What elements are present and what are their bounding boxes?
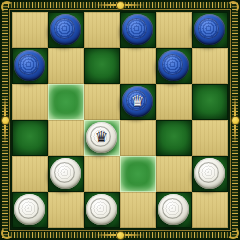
border-medallion-right	[231, 96, 239, 144]
checkers-board: ♛♛	[12, 12, 228, 228]
square-r5c2[interactable]	[84, 192, 120, 228]
square-r0c1[interactable]	[48, 12, 84, 48]
medallion-dot-icon	[117, 2, 124, 9]
square-r1c3	[120, 48, 156, 84]
square-r1c2[interactable]	[84, 48, 120, 84]
piece-engraving	[54, 18, 75, 39]
white-man[interactable]	[50, 158, 81, 189]
medallion-dot-icon	[2, 117, 9, 124]
medallion-dot-icon	[117, 232, 124, 239]
piece-engraving	[18, 198, 39, 219]
border-medallion-top	[96, 1, 144, 9]
blue-man[interactable]	[50, 14, 81, 45]
square-r0c4	[156, 12, 192, 48]
square-r5c0[interactable]	[12, 192, 48, 228]
piece-engraving	[162, 54, 183, 75]
square-r1c5	[192, 48, 228, 84]
square-r0c2	[84, 12, 120, 48]
square-r2c3[interactable]: ♛	[120, 84, 156, 120]
square-r1c0[interactable]	[12, 48, 48, 84]
blue-man[interactable]	[14, 50, 45, 81]
square-r4c0	[12, 156, 48, 192]
square-r3c3	[120, 120, 156, 156]
piece-engraving	[126, 18, 147, 39]
white-king[interactable]: ♛	[86, 122, 117, 153]
square-r3c0[interactable]	[12, 120, 48, 156]
blue-king[interactable]: ♛	[122, 86, 153, 117]
square-r5c3	[120, 192, 156, 228]
square-r0c5[interactable]	[192, 12, 228, 48]
white-man[interactable]	[194, 158, 225, 189]
square-r0c3[interactable]	[120, 12, 156, 48]
square-r4c4	[156, 156, 192, 192]
square-r3c1	[48, 120, 84, 156]
square-r4c5[interactable]	[192, 156, 228, 192]
square-r2c5[interactable]	[192, 84, 228, 120]
blue-man[interactable]	[122, 14, 153, 45]
white-man[interactable]	[158, 194, 189, 225]
square-r3c2[interactable]: ♛	[84, 120, 120, 156]
piece-engraving	[90, 198, 111, 219]
square-r1c1	[48, 48, 84, 84]
blue-man[interactable]	[194, 14, 225, 45]
border-medallion-left	[1, 96, 9, 144]
checkers-app-window: ♛♛	[0, 0, 240, 240]
square-r3c4[interactable]	[156, 120, 192, 156]
blue-man[interactable]	[158, 50, 189, 81]
square-r5c4[interactable]	[156, 192, 192, 228]
square-r0c0	[12, 12, 48, 48]
square-r4c1[interactable]	[48, 156, 84, 192]
square-r4c2	[84, 156, 120, 192]
piece-engraving	[198, 162, 219, 183]
square-r2c0	[12, 84, 48, 120]
medallion-dot-icon	[232, 117, 239, 124]
piece-engraving	[90, 126, 111, 147]
white-man[interactable]	[14, 194, 45, 225]
piece-engraving	[126, 90, 147, 111]
square-r2c4	[156, 84, 192, 120]
piece-engraving	[54, 162, 75, 183]
square-r5c1	[48, 192, 84, 228]
square-r4c3[interactable]	[120, 156, 156, 192]
square-r2c2	[84, 84, 120, 120]
square-r5c5	[192, 192, 228, 228]
piece-engraving	[162, 198, 183, 219]
square-r1c4[interactable]	[156, 48, 192, 84]
square-r3c5	[192, 120, 228, 156]
piece-engraving	[198, 18, 219, 39]
square-r2c1[interactable]	[48, 84, 84, 120]
piece-engraving	[18, 54, 39, 75]
white-man[interactable]	[86, 194, 117, 225]
border-medallion-bottom	[96, 231, 144, 239]
